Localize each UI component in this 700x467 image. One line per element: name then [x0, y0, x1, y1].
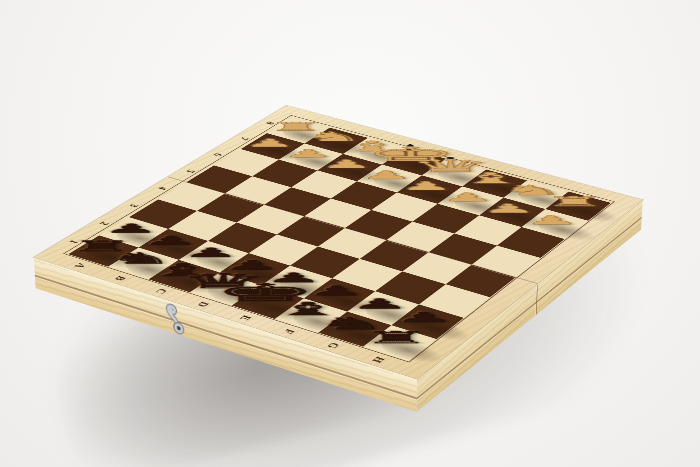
- square-g2: [347, 291, 419, 325]
- square-h2: [391, 304, 463, 339]
- chess-set-photo: ABCDEFGH12345678 ♜♞♝♚♛♝♞♜♟♟♟♟♟♟♟♟♟♟♟♟♟♟♟…: [0, 0, 700, 467]
- queen-ball-finial: [445, 157, 454, 159]
- square-h1: [363, 325, 436, 361]
- square-g5: [429, 233, 497, 264]
- square-h4: [446, 265, 516, 298]
- square-f4: [360, 240, 429, 271]
- square-f1: [275, 298, 348, 332]
- square-e3: [290, 247, 360, 279]
- square-h6: [497, 227, 565, 258]
- square-f2: [304, 278, 375, 311]
- square-g3: [375, 271, 446, 304]
- square-g4: [402, 252, 471, 284]
- light-pawn-glyph: ♟: [481, 214, 622, 226]
- chess-board: ABCDEFGH12345678 ♜♞♝♚♛♝♞♜♟♟♟♟♟♟♟♟♟♟♟♟♟♟♟…: [34, 105, 643, 379]
- square-e1: [232, 285, 304, 319]
- square-d3: [249, 234, 318, 265]
- square-h3: [419, 284, 490, 318]
- king-spike-finial: [405, 143, 415, 146]
- perspective-wrapper: ABCDEFGH12345678 ♜♞♝♚♛♝♞♜♟♟♟♟♟♟♟♟♟♟♟♟♟♟♟…: [0, 0, 700, 467]
- square-e4: [318, 228, 387, 259]
- square-h5: [472, 246, 541, 278]
- square-f3: [332, 259, 402, 291]
- latch-hook-icon: [155, 299, 190, 340]
- square-g1: [318, 312, 391, 347]
- square-c1: [149, 260, 220, 292]
